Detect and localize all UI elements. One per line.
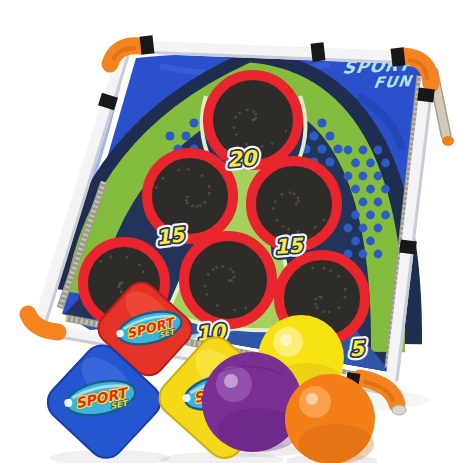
svg-text:15: 15: [155, 222, 188, 249]
svg-text:20: 20: [226, 146, 259, 172]
score-label-15-left: 15 15: [155, 222, 188, 249]
strap: [100, 99, 116, 104]
strap: [418, 94, 434, 96]
brand-line2: FUN: [372, 72, 414, 92]
score-label-15-right: 15 15: [274, 233, 306, 259]
svg-text:15: 15: [274, 233, 306, 259]
pocket-bottom-center: [184, 236, 272, 324]
frame-foot-cap: [392, 405, 406, 415]
score-label-20: 20 20: [226, 146, 259, 172]
product-photo: 20 20 15 15 15 15 10 10 5 5 SPORT FUN: [0, 0, 463, 463]
strap: [317, 43, 319, 61]
strap: [397, 48, 399, 66]
toss-game-scene: 20 20 15 15 15 15 10 10 5 5 SPORT FUN: [0, 0, 463, 463]
ball-orange: [285, 374, 375, 463]
strap: [146, 36, 148, 54]
kickstand-cap: [442, 136, 454, 146]
strap: [400, 246, 416, 248]
ball-purple: [202, 352, 302, 452]
